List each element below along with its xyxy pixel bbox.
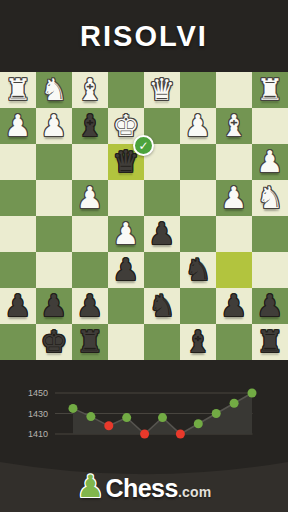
square-a7[interactable]: ♟	[252, 288, 288, 324]
square-b1[interactable]	[216, 72, 252, 108]
black-pawn: ♟	[113, 252, 140, 288]
white-pawn: ♟	[185, 108, 212, 144]
black-pawn: ♟	[221, 288, 248, 324]
square-c6[interactable]: ♞	[180, 252, 216, 288]
square-d4[interactable]	[144, 180, 180, 216]
white-rook: ♜	[257, 72, 284, 108]
square-h2[interactable]: ♟	[0, 108, 36, 144]
white-pawn: ♟	[77, 180, 104, 216]
chess-board: ♜♞♝♛♜♟♟♝♚♟♝♛♟♟♟♞♟♟♟♞♟♟♟♞♟♟♚♜♝♜	[0, 72, 288, 360]
square-d6[interactable]	[144, 252, 180, 288]
square-b5[interactable]	[216, 216, 252, 252]
check-icon: ✓	[138, 140, 148, 152]
chart-tick-label: 1410	[28, 429, 48, 439]
square-g7[interactable]: ♟	[36, 288, 72, 324]
correct-move-badge: ✓	[133, 135, 154, 156]
black-bishop: ♝	[185, 324, 212, 360]
chart-point-win	[212, 409, 221, 418]
white-knight: ♞	[257, 180, 284, 216]
white-bishop: ♝	[77, 72, 104, 108]
square-e4[interactable]	[108, 180, 144, 216]
black-rook: ♜	[257, 324, 284, 360]
chart-tick-label: 1450	[28, 388, 48, 398]
square-h3[interactable]	[0, 144, 36, 180]
square-h5[interactable]	[0, 216, 36, 252]
square-h7[interactable]: ♟	[0, 288, 36, 324]
black-pawn: ♟	[41, 288, 68, 324]
square-g8[interactable]: ♚	[36, 324, 72, 360]
square-e5[interactable]: ♟	[108, 216, 144, 252]
square-f8[interactable]: ♜	[72, 324, 108, 360]
square-f6[interactable]	[72, 252, 108, 288]
chart-tick-label: 1430	[28, 409, 48, 419]
square-c2[interactable]: ♟	[180, 108, 216, 144]
square-d7[interactable]: ♞	[144, 288, 180, 324]
white-knight: ♞	[41, 72, 68, 108]
square-d8[interactable]	[144, 324, 180, 360]
square-a5[interactable]	[252, 216, 288, 252]
square-f3[interactable]	[72, 144, 108, 180]
black-rook: ♜	[77, 324, 104, 360]
square-h6[interactable]	[0, 252, 36, 288]
white-pawn: ♟	[257, 144, 284, 180]
black-knight: ♞	[185, 252, 212, 288]
chart-point-win	[194, 419, 203, 428]
chart-point-loss	[140, 430, 149, 439]
square-c5[interactable]	[180, 216, 216, 252]
black-pawn: ♟	[77, 288, 104, 324]
chart-point-loss	[176, 430, 185, 439]
white-pawn: ♟	[5, 108, 32, 144]
white-pawn: ♟	[41, 108, 68, 144]
square-c7[interactable]	[180, 288, 216, 324]
black-pawn: ♟	[257, 288, 284, 324]
black-knight: ♞	[149, 288, 176, 324]
chart-point-win	[69, 404, 78, 413]
square-d1[interactable]: ♛	[144, 72, 180, 108]
black-pawn: ♟	[5, 288, 32, 324]
white-bishop: ♝	[221, 108, 248, 144]
black-pawn: ♟	[149, 216, 176, 252]
black-king: ♚	[41, 324, 68, 360]
chart-point-win	[230, 399, 239, 408]
white-queen: ♛	[149, 72, 176, 108]
square-c4[interactable]	[180, 180, 216, 216]
pawn-logo-icon: ♟	[77, 471, 105, 502]
square-g4[interactable]	[36, 180, 72, 216]
chart-point-loss	[104, 421, 113, 430]
square-a6[interactable]	[252, 252, 288, 288]
square-e1[interactable]	[108, 72, 144, 108]
chart-point-win	[158, 413, 167, 422]
square-g5[interactable]	[36, 216, 72, 252]
square-h8[interactable]	[0, 324, 36, 360]
brand-suffix: .com	[178, 484, 211, 500]
square-b6[interactable]	[216, 252, 252, 288]
square-b4[interactable]: ♟	[216, 180, 252, 216]
brand-text: Chess	[105, 474, 178, 503]
square-a8[interactable]: ♜	[252, 324, 288, 360]
square-a1[interactable]: ♜	[252, 72, 288, 108]
square-h4[interactable]	[0, 180, 36, 216]
square-e7[interactable]	[108, 288, 144, 324]
page-title: RISOLVI	[80, 20, 208, 53]
chart-point-win	[248, 389, 257, 398]
white-rook: ♜	[5, 72, 32, 108]
chart-point-win	[122, 413, 131, 422]
square-d5[interactable]: ♟	[144, 216, 180, 252]
square-b7[interactable]: ♟	[216, 288, 252, 324]
bottom-section: 145014301410 ♟Chess.com	[0, 360, 288, 512]
square-e6[interactable]: ♟	[108, 252, 144, 288]
white-pawn: ♟	[113, 216, 140, 252]
square-a4[interactable]: ♞	[252, 180, 288, 216]
square-c8[interactable]: ♝	[180, 324, 216, 360]
square-f1[interactable]: ♝	[72, 72, 108, 108]
square-b8[interactable]	[216, 324, 252, 360]
square-a2[interactable]	[252, 108, 288, 144]
square-c3[interactable]	[180, 144, 216, 180]
square-g3[interactable]	[36, 144, 72, 180]
black-bishop: ♝	[77, 108, 104, 144]
chesscom-logo[interactable]: ♟Chess.com	[0, 471, 288, 503]
square-b2[interactable]: ♝	[216, 108, 252, 144]
square-g2[interactable]: ♟	[36, 108, 72, 144]
square-f5[interactable]	[72, 216, 108, 252]
square-h1[interactable]: ♜	[0, 72, 36, 108]
square-e8[interactable]	[108, 324, 144, 360]
square-g1[interactable]: ♞	[36, 72, 72, 108]
square-f7[interactable]: ♟	[72, 288, 108, 324]
square-f4[interactable]: ♟	[72, 180, 108, 216]
square-f2[interactable]: ♝	[72, 108, 108, 144]
square-a3[interactable]: ♟	[252, 144, 288, 180]
square-g6[interactable]	[36, 252, 72, 288]
puzzle-ad-screen: RISOLVI ♜♞♝♛♜♟♟♝♚♟♝♛♟♟♟♞♟♟♟♞♟♟♟♞♟♟♚♜♝♜ ✓…	[0, 0, 288, 512]
header: RISOLVI	[0, 0, 288, 72]
square-b3[interactable]	[216, 144, 252, 180]
chart-point-win	[86, 412, 95, 421]
white-pawn: ♟	[221, 180, 248, 216]
square-c1[interactable]	[180, 72, 216, 108]
